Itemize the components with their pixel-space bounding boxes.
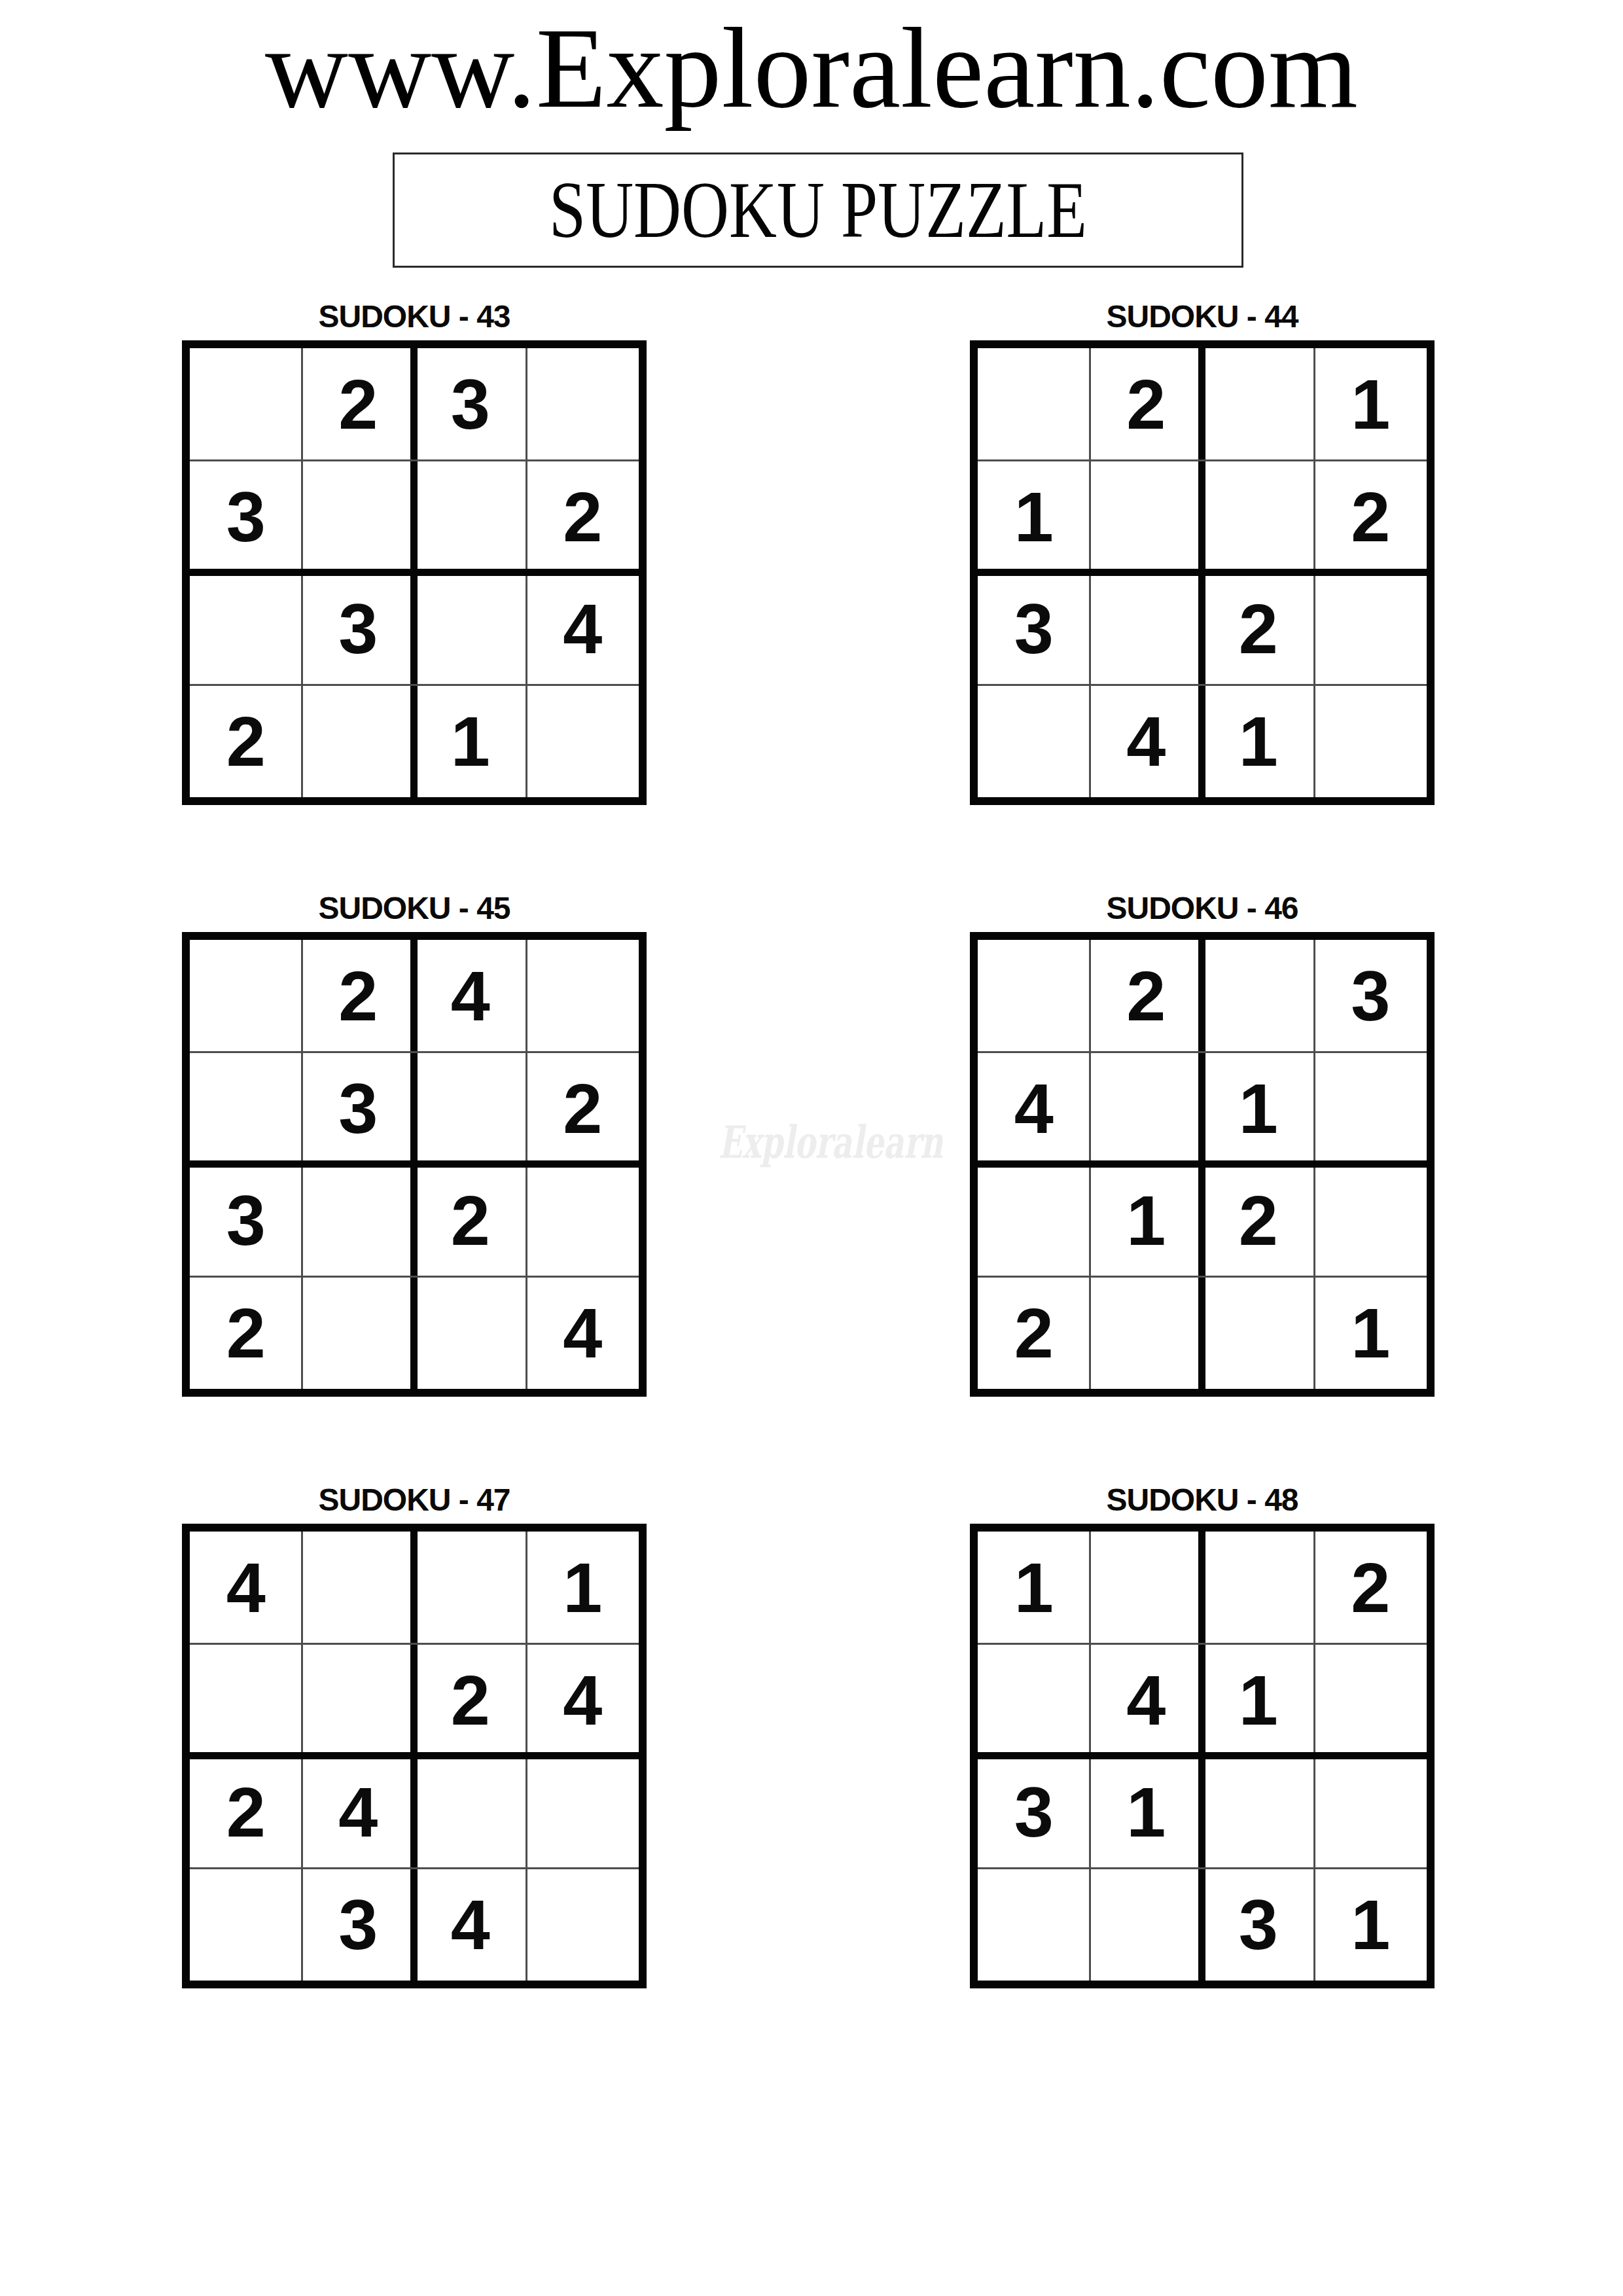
sudoku-cell — [302, 1644, 415, 1757]
sudoku-cell — [302, 461, 415, 573]
sudoku-cell — [527, 348, 639, 461]
sudoku-cell — [414, 1532, 527, 1644]
sudoku-cell — [1202, 940, 1315, 1052]
sudoku-board: 12413131 — [970, 1524, 1435, 1988]
grid-line-thin — [190, 459, 639, 461]
grid-line-thin — [978, 1276, 1427, 1278]
sudoku-cell — [1202, 1532, 1315, 1644]
sudoku-cell: 2 — [190, 685, 302, 798]
sudoku-cell: 3 — [414, 348, 527, 461]
sudoku-cell: 2 — [1090, 348, 1203, 461]
sudoku-cell — [1315, 685, 1427, 798]
sudoku-cell: 3 — [1202, 1869, 1315, 1981]
sudoku-cell: 3 — [302, 1052, 415, 1165]
sudoku-cell: 1 — [1315, 1277, 1427, 1390]
grid-line-thin — [978, 1643, 1427, 1645]
sudoku-cell: 4 — [527, 1644, 639, 1757]
sudoku-cell: 1 — [527, 1532, 639, 1644]
sudoku-cell: 1 — [1202, 685, 1315, 798]
sudoku-cell: 4 — [414, 940, 527, 1052]
sudoku-cell: 2 — [190, 1756, 302, 1869]
puzzle-grid-container: SUDOKU - 4323323421SUDOKU - 4421123241SU… — [182, 300, 1435, 1988]
sudoku-cell — [978, 685, 1090, 798]
sudoku-cell: 2 — [1202, 573, 1315, 685]
sudoku-cell: 4 — [190, 1532, 302, 1644]
sudoku-puzzle: SUDOKU - 4741242434 — [182, 1483, 647, 1988]
sudoku-cell: 2 — [1202, 1164, 1315, 1277]
sudoku-cell: 1 — [1090, 1756, 1203, 1869]
sudoku-cell: 1 — [414, 685, 527, 798]
sudoku-cell — [527, 1756, 639, 1869]
sudoku-cell — [190, 1644, 302, 1757]
sudoku-cell — [1315, 1756, 1427, 1869]
sudoku-cell — [978, 348, 1090, 461]
sudoku-cell: 4 — [1090, 1644, 1203, 1757]
sudoku-cell — [1202, 348, 1315, 461]
sudoku-cell — [190, 1052, 302, 1165]
sudoku-cell: 2 — [414, 1164, 527, 1277]
sudoku-cell: 3 — [190, 1164, 302, 1277]
grid-line-box-separator — [190, 1752, 639, 1759]
sudoku-board: 41242434 — [182, 1524, 647, 1988]
sudoku-cell: 4 — [527, 1277, 639, 1390]
sudoku-cell — [1090, 573, 1203, 685]
sudoku-cell: 2 — [978, 1277, 1090, 1390]
grid-line-box-separator — [190, 569, 639, 576]
sudoku-board: 21123241 — [970, 340, 1435, 805]
sudoku-cell — [1090, 1532, 1203, 1644]
heading-box: SUDOKU PUZZLE — [393, 152, 1243, 268]
sudoku-cell: 1 — [978, 1532, 1090, 1644]
sudoku-cell: 1 — [978, 461, 1090, 573]
sudoku-cell: 4 — [978, 1052, 1090, 1165]
sudoku-cell — [414, 1756, 527, 1869]
sudoku-cell: 1 — [1315, 1869, 1427, 1981]
sudoku-cell — [978, 940, 1090, 1052]
puzzle-title: SUDOKU - 45 — [182, 891, 647, 925]
sudoku-cell: 1 — [1202, 1052, 1315, 1165]
sudoku-puzzle: SUDOKU - 4421123241 — [970, 300, 1435, 805]
sudoku-cell — [302, 685, 415, 798]
sudoku-puzzle: SUDOKU - 4623411221 — [970, 891, 1435, 1397]
sudoku-cell: 4 — [1090, 685, 1203, 798]
sudoku-cell — [527, 685, 639, 798]
sudoku-cell: 2 — [302, 940, 415, 1052]
sudoku-cell — [978, 1164, 1090, 1277]
sudoku-cell: 2 — [414, 1644, 527, 1757]
grid-line-thin — [190, 1276, 639, 1278]
sudoku-cell — [414, 1277, 527, 1390]
sudoku-cell: 2 — [527, 461, 639, 573]
sudoku-board: 24323224 — [182, 932, 647, 1397]
sudoku-cell — [190, 1869, 302, 1981]
sudoku-cell: 2 — [527, 1052, 639, 1165]
sudoku-cell: 3 — [1315, 940, 1427, 1052]
sudoku-cell — [1315, 1164, 1427, 1277]
sudoku-cell — [527, 1164, 639, 1277]
grid-line-thin — [190, 684, 639, 686]
sudoku-cell — [302, 1164, 415, 1277]
sudoku-cell: 2 — [1090, 940, 1203, 1052]
puzzle-title: SUDOKU - 46 — [970, 891, 1435, 925]
sudoku-cell: 3 — [978, 573, 1090, 685]
grid-line-thin — [190, 1867, 639, 1869]
page-title: SUDOKU PUZZLE — [549, 164, 1087, 257]
sudoku-cell — [190, 573, 302, 685]
sudoku-cell — [1202, 461, 1315, 573]
sudoku-cell: 2 — [1315, 461, 1427, 573]
sudoku-cell — [190, 348, 302, 461]
sudoku-cell — [414, 1052, 527, 1165]
grid-line-box-separator — [190, 1160, 639, 1168]
sudoku-cell: 2 — [1315, 1532, 1427, 1644]
puzzle-title: SUDOKU - 47 — [182, 1483, 647, 1517]
sudoku-cell: 2 — [190, 1277, 302, 1390]
sudoku-cell: 4 — [302, 1756, 415, 1869]
grid-line-thin — [978, 459, 1427, 461]
sudoku-cell — [1202, 1277, 1315, 1390]
sudoku-cell — [1090, 1052, 1203, 1165]
sudoku-puzzle: SUDOKU - 4524323224 — [182, 891, 647, 1397]
sudoku-cell: 3 — [978, 1756, 1090, 1869]
sudoku-cell: 1 — [1315, 348, 1427, 461]
sudoku-board: 23323421 — [182, 340, 647, 805]
grid-line-box-separator — [978, 1752, 1427, 1759]
grid-line-box-separator — [978, 569, 1427, 576]
sudoku-cell — [1315, 1052, 1427, 1165]
sudoku-cell — [978, 1644, 1090, 1757]
sudoku-cell — [1090, 1869, 1203, 1981]
sudoku-cell — [1315, 573, 1427, 685]
sudoku-cell — [414, 573, 527, 685]
grid-line-thin — [978, 1051, 1427, 1053]
sudoku-puzzle: SUDOKU - 4323323421 — [182, 300, 647, 805]
sudoku-cell: 4 — [527, 573, 639, 685]
sudoku-cell — [190, 940, 302, 1052]
sudoku-cell: 2 — [302, 348, 415, 461]
puzzle-title: SUDOKU - 44 — [970, 300, 1435, 334]
sudoku-cell: 4 — [414, 1869, 527, 1981]
sudoku-cell: 3 — [302, 573, 415, 685]
site-title: www.Exploralearn.com — [0, 10, 1623, 126]
sudoku-cell — [527, 940, 639, 1052]
grid-line-thin — [978, 1867, 1427, 1869]
sudoku-cell — [1090, 461, 1203, 573]
sudoku-cell — [1202, 1756, 1315, 1869]
sudoku-board: 23411221 — [970, 932, 1435, 1397]
grid-line-thin — [190, 1051, 639, 1053]
sudoku-cell — [978, 1869, 1090, 1981]
worksheet-page: www.Exploralearn.com SUDOKU PUZZLE Explo… — [0, 0, 1623, 2296]
sudoku-cell: 1 — [1090, 1164, 1203, 1277]
sudoku-cell — [414, 461, 527, 573]
sudoku-cell: 3 — [190, 461, 302, 573]
sudoku-cell: 3 — [302, 1869, 415, 1981]
sudoku-cell — [302, 1532, 415, 1644]
sudoku-cell — [1315, 1644, 1427, 1757]
grid-line-box-separator — [978, 1160, 1427, 1168]
puzzle-title: SUDOKU - 48 — [970, 1483, 1435, 1517]
sudoku-cell — [1090, 1277, 1203, 1390]
grid-line-thin — [978, 684, 1427, 686]
sudoku-cell — [527, 1869, 639, 1981]
sudoku-cell: 1 — [1202, 1644, 1315, 1757]
puzzle-title: SUDOKU - 43 — [182, 300, 647, 334]
sudoku-cell — [302, 1277, 415, 1390]
sudoku-puzzle: SUDOKU - 4812413131 — [970, 1483, 1435, 1988]
grid-line-thin — [190, 1643, 639, 1645]
